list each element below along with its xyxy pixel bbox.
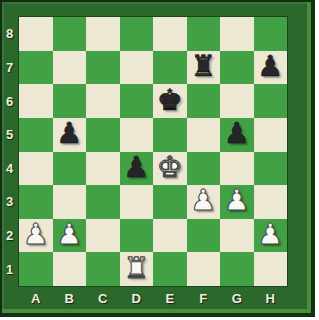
square-d8[interactable] — [120, 17, 154, 51]
square-e6[interactable]: ♚ — [153, 84, 187, 118]
square-h2[interactable]: ♟ — [254, 219, 288, 253]
square-b1[interactable] — [53, 252, 87, 286]
square-a1[interactable] — [19, 252, 53, 286]
square-g2[interactable] — [220, 219, 254, 253]
square-a5[interactable] — [19, 118, 53, 152]
file-label-e: E — [153, 287, 187, 310]
square-b4[interactable] — [53, 152, 87, 186]
square-g1[interactable] — [220, 252, 254, 286]
piece-white-pawn[interactable]: ♟ — [190, 186, 216, 215]
piece-white-pawn[interactable]: ♟ — [23, 220, 49, 249]
square-c4[interactable] — [86, 152, 120, 186]
file-labels: ABCDEFGH — [19, 287, 287, 310]
square-a8[interactable] — [19, 17, 53, 51]
square-g7[interactable] — [220, 51, 254, 85]
square-c8[interactable] — [86, 17, 120, 51]
square-e1[interactable] — [153, 252, 187, 286]
rank-label-3: 3 — [0, 185, 19, 219]
rank-label-4: 4 — [0, 152, 19, 186]
square-g5[interactable]: ♟ — [220, 118, 254, 152]
piece-black-pawn[interactable]: ♟ — [224, 119, 250, 148]
square-e7[interactable] — [153, 51, 187, 85]
square-c7[interactable] — [86, 51, 120, 85]
file-label-d: D — [120, 287, 154, 310]
square-d3[interactable] — [120, 185, 154, 219]
square-b6[interactable] — [53, 84, 87, 118]
square-e8[interactable] — [153, 17, 187, 51]
square-f3[interactable]: ♟ — [187, 185, 221, 219]
square-c6[interactable] — [86, 84, 120, 118]
rank-label-1: 1 — [0, 252, 19, 286]
piece-black-rook[interactable]: ♜ — [190, 52, 216, 81]
chess-diagram: 87654321 ♜♟♚♟♟♟♚♟♟♟♟♟♜ ABCDEFGH — [0, 0, 319, 320]
file-label-c: C — [86, 287, 120, 310]
piece-white-king[interactable]: ♚ — [157, 153, 183, 182]
square-g3[interactable]: ♟ — [220, 185, 254, 219]
square-f5[interactable] — [187, 118, 221, 152]
square-h8[interactable] — [254, 17, 288, 51]
square-a3[interactable] — [19, 185, 53, 219]
rank-label-2: 2 — [0, 219, 19, 253]
square-f1[interactable] — [187, 252, 221, 286]
square-e5[interactable] — [153, 118, 187, 152]
file-label-a: A — [19, 287, 53, 310]
square-b2[interactable]: ♟ — [53, 219, 87, 253]
square-h3[interactable] — [254, 185, 288, 219]
square-h5[interactable] — [254, 118, 288, 152]
square-a4[interactable] — [19, 152, 53, 186]
square-b8[interactable] — [53, 17, 87, 51]
file-label-b: B — [53, 287, 87, 310]
square-h4[interactable] — [254, 152, 288, 186]
square-h1[interactable] — [254, 252, 288, 286]
square-h6[interactable] — [254, 84, 288, 118]
piece-white-pawn[interactable]: ♟ — [224, 186, 250, 215]
piece-black-pawn[interactable]: ♟ — [257, 52, 283, 81]
piece-white-rook[interactable]: ♜ — [123, 254, 149, 283]
square-b7[interactable] — [53, 51, 87, 85]
square-f8[interactable] — [187, 17, 221, 51]
square-d7[interactable] — [120, 51, 154, 85]
square-b5[interactable]: ♟ — [53, 118, 87, 152]
square-c3[interactable] — [86, 185, 120, 219]
file-label-g: G — [220, 287, 254, 310]
square-f2[interactable] — [187, 219, 221, 253]
rank-labels: 87654321 — [0, 17, 19, 286]
square-f6[interactable] — [187, 84, 221, 118]
rank-label-8: 8 — [0, 17, 19, 51]
square-d6[interactable] — [120, 84, 154, 118]
square-d2[interactable] — [120, 219, 154, 253]
piece-black-pawn[interactable]: ♟ — [56, 119, 82, 148]
piece-white-pawn[interactable]: ♟ — [257, 220, 283, 249]
board: ♜♟♚♟♟♟♚♟♟♟♟♟♜ — [19, 17, 287, 286]
square-e3[interactable] — [153, 185, 187, 219]
rank-label-6: 6 — [0, 84, 19, 118]
square-c2[interactable] — [86, 219, 120, 253]
piece-black-king[interactable]: ♚ — [157, 86, 183, 115]
square-g8[interactable] — [220, 17, 254, 51]
piece-white-pawn[interactable]: ♟ — [56, 220, 82, 249]
square-f4[interactable] — [187, 152, 221, 186]
file-label-h: H — [254, 287, 288, 310]
square-h7[interactable]: ♟ — [254, 51, 288, 85]
rank-label-7: 7 — [0, 51, 19, 85]
square-a6[interactable] — [19, 84, 53, 118]
piece-black-pawn[interactable]: ♟ — [123, 153, 149, 182]
square-d5[interactable] — [120, 118, 154, 152]
square-a7[interactable] — [19, 51, 53, 85]
square-c5[interactable] — [86, 118, 120, 152]
file-label-f: F — [187, 287, 221, 310]
square-g6[interactable] — [220, 84, 254, 118]
square-e4[interactable]: ♚ — [153, 152, 187, 186]
square-g4[interactable] — [220, 152, 254, 186]
square-d4[interactable]: ♟ — [120, 152, 154, 186]
square-a2[interactable]: ♟ — [19, 219, 53, 253]
square-d1[interactable]: ♜ — [120, 252, 154, 286]
square-f7[interactable]: ♜ — [187, 51, 221, 85]
square-b3[interactable] — [53, 185, 87, 219]
square-e2[interactable] — [153, 219, 187, 253]
square-c1[interactable] — [86, 252, 120, 286]
rank-label-5: 5 — [0, 118, 19, 152]
